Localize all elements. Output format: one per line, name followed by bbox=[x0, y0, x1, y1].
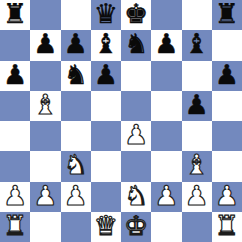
square-c1[interactable] bbox=[61, 212, 91, 242]
black-pawn[interactable]: ♟ bbox=[215, 61, 239, 90]
square-a2[interactable]: ♟ bbox=[0, 182, 30, 212]
square-d7[interactable]: ♝ bbox=[91, 30, 121, 60]
square-e8[interactable]: ♚ bbox=[121, 0, 151, 30]
white-queen[interactable]: ♛ bbox=[94, 212, 118, 241]
black-pawn[interactable]: ♟ bbox=[64, 30, 88, 59]
white-bishop[interactable]: ♝ bbox=[185, 151, 209, 180]
black-queen[interactable]: ♛ bbox=[94, 0, 118, 29]
white-bishop[interactable]: ♝ bbox=[33, 91, 57, 120]
square-f1[interactable] bbox=[151, 212, 181, 242]
square-d6[interactable]: ♟ bbox=[91, 61, 121, 91]
square-g3[interactable]: ♝ bbox=[182, 151, 212, 181]
square-c7[interactable]: ♟ bbox=[61, 30, 91, 60]
white-pawn[interactable]: ♟ bbox=[64, 182, 88, 211]
black-pawn[interactable]: ♟ bbox=[185, 91, 209, 120]
square-e7[interactable]: ♞ bbox=[121, 30, 151, 60]
square-b7[interactable]: ♟ bbox=[30, 30, 60, 60]
square-h3[interactable] bbox=[212, 151, 242, 181]
white-pawn[interactable]: ♟ bbox=[215, 182, 239, 211]
square-a7[interactable] bbox=[0, 30, 30, 60]
square-g5[interactable]: ♟ bbox=[182, 91, 212, 121]
white-rook[interactable]: ♜ bbox=[215, 212, 239, 241]
square-h8[interactable]: ♜ bbox=[212, 0, 242, 30]
square-b1[interactable] bbox=[30, 212, 60, 242]
square-h4[interactable] bbox=[212, 121, 242, 151]
chess-board: ♜♛♚♜♟♟♝♞♟♝♟♞♟♟♝♟♟♞♝♟♟♟♞♟♟♟♜♛♚♜ bbox=[0, 0, 242, 242]
black-pawn[interactable]: ♟ bbox=[3, 61, 27, 90]
white-rook[interactable]: ♜ bbox=[3, 212, 27, 241]
square-b8[interactable] bbox=[30, 0, 60, 30]
square-e2[interactable]: ♞ bbox=[121, 182, 151, 212]
square-f6[interactable] bbox=[151, 61, 181, 91]
square-a8[interactable]: ♜ bbox=[0, 0, 30, 30]
square-b5[interactable]: ♝ bbox=[30, 91, 60, 121]
square-f3[interactable] bbox=[151, 151, 181, 181]
square-h2[interactable]: ♟ bbox=[212, 182, 242, 212]
square-b6[interactable] bbox=[30, 61, 60, 91]
black-knight[interactable]: ♞ bbox=[64, 61, 88, 90]
square-h5[interactable] bbox=[212, 91, 242, 121]
black-knight[interactable]: ♞ bbox=[124, 30, 148, 59]
square-g1[interactable] bbox=[182, 212, 212, 242]
square-f4[interactable] bbox=[151, 121, 181, 151]
square-h1[interactable]: ♜ bbox=[212, 212, 242, 242]
square-f2[interactable]: ♟ bbox=[151, 182, 181, 212]
square-b4[interactable] bbox=[30, 121, 60, 151]
white-pawn[interactable]: ♟ bbox=[3, 182, 27, 211]
square-d8[interactable]: ♛ bbox=[91, 0, 121, 30]
black-rook[interactable]: ♜ bbox=[215, 0, 239, 29]
square-d4[interactable] bbox=[91, 121, 121, 151]
square-g2[interactable]: ♟ bbox=[182, 182, 212, 212]
square-a1[interactable]: ♜ bbox=[0, 212, 30, 242]
square-f5[interactable] bbox=[151, 91, 181, 121]
square-a6[interactable]: ♟ bbox=[0, 61, 30, 91]
square-a5[interactable] bbox=[0, 91, 30, 121]
square-e6[interactable] bbox=[121, 61, 151, 91]
black-pawn[interactable]: ♟ bbox=[94, 61, 118, 90]
white-knight[interactable]: ♞ bbox=[64, 151, 88, 180]
black-pawn[interactable]: ♟ bbox=[33, 30, 57, 59]
square-e1[interactable]: ♚ bbox=[121, 212, 151, 242]
square-h7[interactable] bbox=[212, 30, 242, 60]
square-c2[interactable]: ♟ bbox=[61, 182, 91, 212]
square-c5[interactable] bbox=[61, 91, 91, 121]
square-a3[interactable] bbox=[0, 151, 30, 181]
square-f8[interactable] bbox=[151, 0, 181, 30]
white-pawn[interactable]: ♟ bbox=[33, 182, 57, 211]
square-a4[interactable] bbox=[0, 121, 30, 151]
square-c6[interactable]: ♞ bbox=[61, 61, 91, 91]
square-g6[interactable] bbox=[182, 61, 212, 91]
black-bishop[interactable]: ♝ bbox=[94, 30, 118, 59]
white-knight[interactable]: ♞ bbox=[124, 182, 148, 211]
square-e3[interactable] bbox=[121, 151, 151, 181]
white-pawn[interactable]: ♟ bbox=[154, 182, 178, 211]
square-g8[interactable] bbox=[182, 0, 212, 30]
square-h6[interactable]: ♟ bbox=[212, 61, 242, 91]
white-king[interactable]: ♚ bbox=[124, 212, 148, 241]
black-king[interactable]: ♚ bbox=[124, 0, 148, 29]
square-c8[interactable] bbox=[61, 0, 91, 30]
square-b2[interactable]: ♟ bbox=[30, 182, 60, 212]
square-e5[interactable] bbox=[121, 91, 151, 121]
square-c3[interactable]: ♞ bbox=[61, 151, 91, 181]
square-d5[interactable] bbox=[91, 91, 121, 121]
white-pawn[interactable]: ♟ bbox=[185, 182, 209, 211]
square-d2[interactable] bbox=[91, 182, 121, 212]
black-bishop[interactable]: ♝ bbox=[185, 30, 209, 59]
white-pawn[interactable]: ♟ bbox=[124, 121, 148, 150]
square-f7[interactable]: ♟ bbox=[151, 30, 181, 60]
square-d1[interactable]: ♛ bbox=[91, 212, 121, 242]
square-c4[interactable] bbox=[61, 121, 91, 151]
square-g4[interactable] bbox=[182, 121, 212, 151]
black-pawn[interactable]: ♟ bbox=[154, 30, 178, 59]
square-d3[interactable] bbox=[91, 151, 121, 181]
square-e4[interactable]: ♟ bbox=[121, 121, 151, 151]
square-g7[interactable]: ♝ bbox=[182, 30, 212, 60]
square-b3[interactable] bbox=[30, 151, 60, 181]
black-rook[interactable]: ♜ bbox=[3, 0, 27, 29]
